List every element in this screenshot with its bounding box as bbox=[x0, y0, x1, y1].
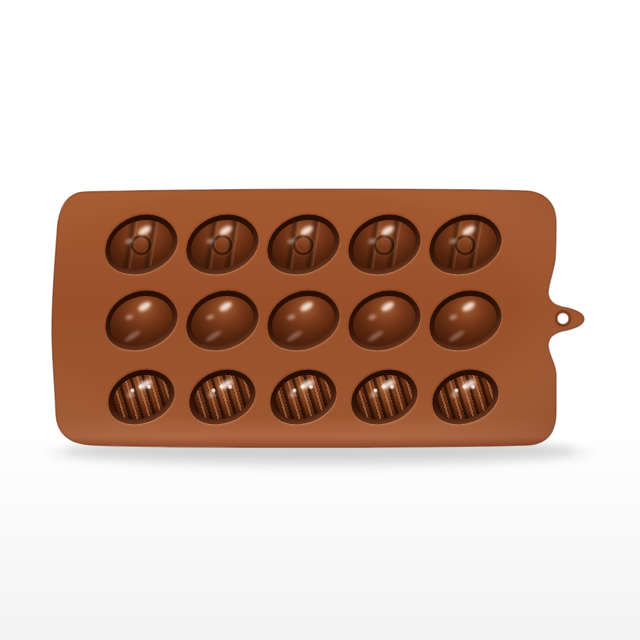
plain-egg-cavity bbox=[340, 281, 429, 359]
specular-highlight bbox=[462, 377, 478, 390]
grid-cell-r1c1 bbox=[100, 206, 181, 282]
grid-cell-r1c5 bbox=[425, 206, 506, 282]
grid-cell-r2c5 bbox=[425, 282, 506, 358]
grid-cell-r2c4 bbox=[344, 282, 425, 358]
specular-highlight bbox=[205, 314, 214, 321]
decorated-egg-cavity bbox=[421, 205, 510, 283]
grid-cell-r1c4 bbox=[344, 206, 425, 282]
grid-cell-r3c5 bbox=[425, 359, 506, 435]
specular-highlight bbox=[449, 314, 458, 321]
plain-egg-dome bbox=[103, 288, 179, 353]
product-photo-stage bbox=[0, 0, 640, 640]
plain-egg-dome bbox=[265, 288, 341, 353]
specular-highlight bbox=[380, 299, 396, 312]
specular-highlight bbox=[288, 390, 297, 397]
plain-egg-cavity bbox=[259, 281, 348, 359]
specular-highlight bbox=[205, 329, 223, 343]
specular-highlight bbox=[287, 314, 296, 321]
grid-cell-r2c3 bbox=[262, 282, 343, 358]
specular-highlight bbox=[207, 390, 216, 397]
plain-egg-dome bbox=[427, 288, 503, 353]
grid-cell-r2c2 bbox=[181, 282, 262, 358]
ribbed-egg-dome bbox=[350, 368, 419, 427]
plain-egg-cavity bbox=[96, 281, 185, 359]
plain-egg-dome bbox=[184, 288, 260, 353]
decorated-egg-dome bbox=[265, 212, 341, 277]
specular-highlight bbox=[381, 377, 397, 390]
specular-highlight bbox=[299, 377, 315, 390]
decorated-egg-dome bbox=[103, 212, 179, 277]
grid-cell-r2c1 bbox=[100, 282, 181, 358]
ribbed-egg-cavity bbox=[425, 361, 506, 432]
grid-cell-r3c1 bbox=[100, 359, 181, 435]
ribbed-egg-cavity bbox=[181, 361, 262, 432]
decorated-egg-cavity bbox=[96, 205, 185, 283]
plain-egg-cavity bbox=[421, 281, 510, 359]
grid-cell-r1c3 bbox=[262, 206, 343, 282]
specular-highlight bbox=[461, 299, 477, 312]
decorated-egg-dome bbox=[427, 212, 503, 277]
specular-highlight bbox=[126, 390, 135, 397]
specular-highlight bbox=[137, 299, 153, 312]
specular-highlight bbox=[368, 314, 377, 321]
decorated-egg-cavity bbox=[178, 205, 267, 283]
decorated-egg-dome bbox=[346, 212, 422, 277]
plain-egg-cavity bbox=[178, 281, 267, 359]
specular-highlight bbox=[451, 390, 460, 397]
ribbed-egg-cavity bbox=[100, 361, 181, 432]
decorated-egg-dome bbox=[184, 212, 260, 277]
ribbed-egg-dome bbox=[269, 368, 338, 427]
grid-cell-r3c2 bbox=[181, 359, 262, 435]
ribbed-egg-dome bbox=[188, 368, 257, 427]
specular-highlight bbox=[367, 329, 385, 343]
specular-highlight bbox=[137, 377, 153, 390]
specular-highlight bbox=[218, 377, 234, 390]
specular-highlight bbox=[123, 329, 141, 343]
ribbed-egg-cavity bbox=[344, 361, 425, 432]
grid-cell-r3c4 bbox=[344, 359, 425, 435]
cavity-grid bbox=[100, 206, 506, 435]
specular-highlight bbox=[124, 314, 133, 321]
specular-highlight bbox=[286, 329, 304, 343]
ribbed-egg-dome bbox=[431, 368, 500, 427]
plain-egg-dome bbox=[346, 288, 422, 353]
specular-highlight bbox=[299, 299, 315, 312]
decorated-egg-cavity bbox=[259, 205, 348, 283]
ribbed-egg-cavity bbox=[262, 361, 343, 432]
specular-highlight bbox=[448, 329, 466, 343]
ribbed-egg-dome bbox=[106, 368, 175, 427]
grid-cell-r3c3 bbox=[262, 359, 343, 435]
specular-highlight bbox=[218, 299, 234, 312]
grid-cell-r1c2 bbox=[181, 206, 262, 282]
decorated-egg-cavity bbox=[340, 205, 429, 283]
